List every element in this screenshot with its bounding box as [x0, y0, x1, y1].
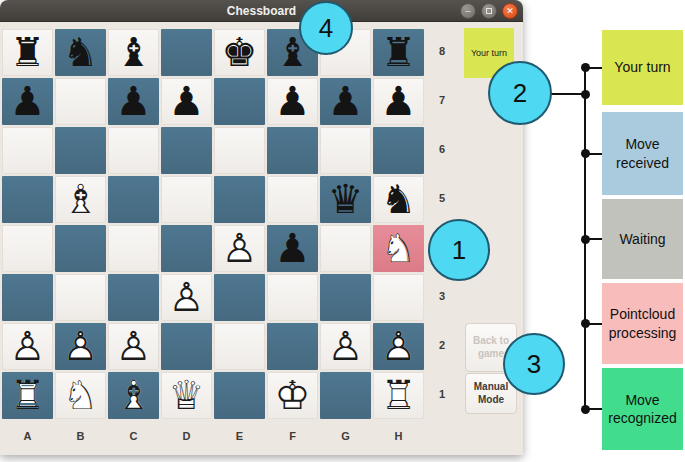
maximize-button[interactable] — [481, 3, 497, 19]
callout-4: 4 — [299, 1, 353, 55]
square-h5[interactable]: ♞ — [373, 176, 424, 223]
piece-white-bishop: ♝♗ — [55, 176, 106, 223]
piece-white-king: ♚♔ — [267, 372, 318, 419]
square-h7[interactable]: ♟ — [373, 78, 424, 125]
square-g3[interactable] — [320, 274, 371, 321]
piece-white-rook: ♜♖ — [2, 372, 53, 419]
piece-white-knight: ♞♘ — [373, 225, 424, 272]
square-c7[interactable]: ♟ — [108, 78, 159, 125]
file-label-h: H — [373, 430, 424, 442]
piece-black-pawn: ♟ — [161, 78, 212, 125]
square-a4[interactable] — [2, 225, 53, 272]
callout-3: 3 — [503, 333, 565, 395]
rank-label-8: 8 — [434, 45, 450, 59]
title-bar[interactable]: Chessboard – ✕ — [0, 0, 523, 22]
square-e5[interactable] — [214, 176, 265, 223]
minimize-button[interactable]: – — [460, 3, 476, 19]
square-e6[interactable] — [214, 127, 265, 174]
connector-dot — [581, 405, 590, 414]
rank-label-2: 2 — [434, 339, 450, 353]
square-c8[interactable]: ♝ — [108, 29, 159, 76]
piece-white-queen: ♛♕ — [161, 372, 212, 419]
file-label-d: D — [161, 430, 212, 442]
maximize-icon — [486, 8, 492, 14]
piece-white-pawn: ♟♙ — [2, 323, 53, 370]
callout-2: 2 — [488, 61, 552, 125]
piece-black-pawn: ♟ — [2, 78, 53, 125]
square-d2[interactable] — [161, 323, 212, 370]
square-e3[interactable] — [214, 274, 265, 321]
square-c5[interactable] — [108, 176, 159, 223]
square-e2[interactable] — [214, 323, 265, 370]
piece-black-pawn: ♟ — [320, 78, 371, 125]
square-a6[interactable] — [2, 127, 53, 174]
connector-dot — [581, 63, 590, 72]
square-d6[interactable] — [161, 127, 212, 174]
piece-black-pawn: ♟ — [108, 78, 159, 125]
connector-dot — [581, 235, 590, 244]
legend-item-move-received: Move received — [602, 112, 683, 195]
square-d8[interactable] — [161, 29, 212, 76]
rank-label-5: 5 — [434, 192, 450, 206]
piece-white-bishop: ♝♗ — [108, 372, 159, 419]
rank-label-6: 6 — [434, 143, 450, 157]
square-b7[interactable] — [55, 78, 106, 125]
file-label-g: G — [320, 430, 371, 442]
square-f4[interactable]: ♟ — [267, 225, 318, 272]
legend-item-waiting: Waiting — [602, 199, 683, 279]
square-h2[interactable]: ♟♙ — [373, 323, 424, 370]
piece-white-knight: ♞♘ — [55, 372, 106, 419]
piece-black-rook: ♜ — [373, 29, 424, 76]
square-a3[interactable] — [2, 274, 53, 321]
square-a7[interactable]: ♟ — [2, 78, 53, 125]
square-f1[interactable]: ♚♔ — [267, 372, 318, 419]
square-b6[interactable] — [55, 127, 106, 174]
square-b8[interactable]: ♞ — [55, 29, 106, 76]
file-label-c: C — [108, 430, 159, 442]
piece-black-knight: ♞ — [55, 29, 106, 76]
square-g5[interactable]: ♛ — [320, 176, 371, 223]
legend-item-move-recognized: Move recognized — [602, 368, 683, 450]
square-d1[interactable]: ♛♕ — [161, 372, 212, 419]
square-e8[interactable]: ♚ — [214, 29, 265, 76]
rank-label-7: 7 — [434, 94, 450, 108]
piece-black-pawn: ♟ — [267, 225, 318, 272]
square-e4[interactable]: ♟♙ — [214, 225, 265, 272]
square-g2[interactable]: ♟♙ — [320, 323, 371, 370]
piece-black-bishop: ♝ — [108, 29, 159, 76]
square-g1[interactable] — [320, 372, 371, 419]
square-e7[interactable] — [214, 78, 265, 125]
legend-item-your-turn: Your turn — [602, 30, 683, 105]
square-h6[interactable] — [373, 127, 424, 174]
piece-white-pawn: ♟♙ — [320, 323, 371, 370]
legend-item-pointcloud-processing: Pointcloud processing — [602, 283, 683, 364]
callout-2-connector — [550, 93, 585, 95]
file-label-a: A — [2, 430, 53, 442]
square-b3[interactable] — [55, 274, 106, 321]
square-g7[interactable]: ♟ — [320, 78, 371, 125]
piece-black-pawn: ♟ — [373, 78, 424, 125]
piece-black-knight: ♞ — [373, 176, 424, 223]
square-h1[interactable]: ♜♖ — [373, 372, 424, 419]
piece-black-queen: ♛ — [320, 176, 371, 223]
piece-white-pawn: ♟♙ — [373, 323, 424, 370]
square-d7[interactable]: ♟ — [161, 78, 212, 125]
square-e1[interactable] — [214, 372, 265, 419]
square-h8[interactable]: ♜ — [373, 29, 424, 76]
square-c2[interactable]: ♟♙ — [108, 323, 159, 370]
piece-white-pawn: ♟♙ — [108, 323, 159, 370]
piece-white-pawn: ♟♙ — [161, 274, 212, 321]
square-c4[interactable] — [108, 225, 159, 272]
piece-black-king: ♚ — [214, 29, 265, 76]
square-a8[interactable]: ♜ — [2, 29, 53, 76]
square-c6[interactable] — [108, 127, 159, 174]
square-a5[interactable] — [2, 176, 53, 223]
file-label-f: F — [267, 430, 318, 442]
square-g4[interactable] — [320, 225, 371, 272]
callout-1: 1 — [428, 219, 490, 281]
piece-white-pawn: ♟♙ — [214, 225, 265, 272]
square-f5[interactable] — [267, 176, 318, 223]
square-d5[interactable] — [161, 176, 212, 223]
square-a1[interactable]: ♜♖ — [2, 372, 53, 419]
square-a2[interactable]: ♟♙ — [2, 323, 53, 370]
square-c3[interactable] — [108, 274, 159, 321]
square-f6[interactable] — [267, 127, 318, 174]
square-d4[interactable] — [161, 225, 212, 272]
window-controls: – ✕ — [460, 3, 518, 19]
piece-white-pawn: ♟♙ — [55, 323, 106, 370]
square-b5[interactable]: ♝♗ — [55, 176, 106, 223]
square-d3[interactable]: ♟♙ — [161, 274, 212, 321]
square-f7[interactable]: ♟ — [267, 78, 318, 125]
piece-white-rook: ♜♖ — [373, 372, 424, 419]
connector-dot — [581, 149, 590, 158]
square-b1[interactable]: ♞♘ — [55, 372, 106, 419]
screenshot-stage: Chessboard – ✕ ♜♞♝♚♝♜♟♟♟♟♟♟♝♗♛♞♟♙♟♞♘♟♙♟♙… — [0, 0, 685, 462]
square-b2[interactable]: ♟♙ — [55, 323, 106, 370]
square-f3[interactable] — [267, 274, 318, 321]
piece-black-rook: ♜ — [2, 29, 53, 76]
connector-dot — [581, 90, 590, 99]
rank-label-1: 1 — [434, 388, 450, 402]
window-title: Chessboard — [0, 0, 523, 22]
square-b4[interactable] — [55, 225, 106, 272]
square-g6[interactable] — [320, 127, 371, 174]
connector-dot — [581, 319, 590, 328]
square-c1[interactable]: ♝♗ — [108, 372, 159, 419]
chess-board: ♜♞♝♚♝♜♟♟♟♟♟♟♝♗♛♞♟♙♟♞♘♟♙♟♙♟♙♟♙♟♙♟♙♜♖♞♘♝♗♛… — [2, 29, 424, 419]
rank-label-3: 3 — [434, 290, 450, 304]
square-h4[interactable]: ♞♘ — [373, 225, 424, 272]
square-h3[interactable] — [373, 274, 424, 321]
square-f2[interactable] — [267, 323, 318, 370]
file-label-e: E — [214, 430, 265, 442]
file-label-b: B — [55, 430, 106, 442]
close-button[interactable]: ✕ — [502, 3, 518, 19]
piece-black-pawn: ♟ — [267, 78, 318, 125]
